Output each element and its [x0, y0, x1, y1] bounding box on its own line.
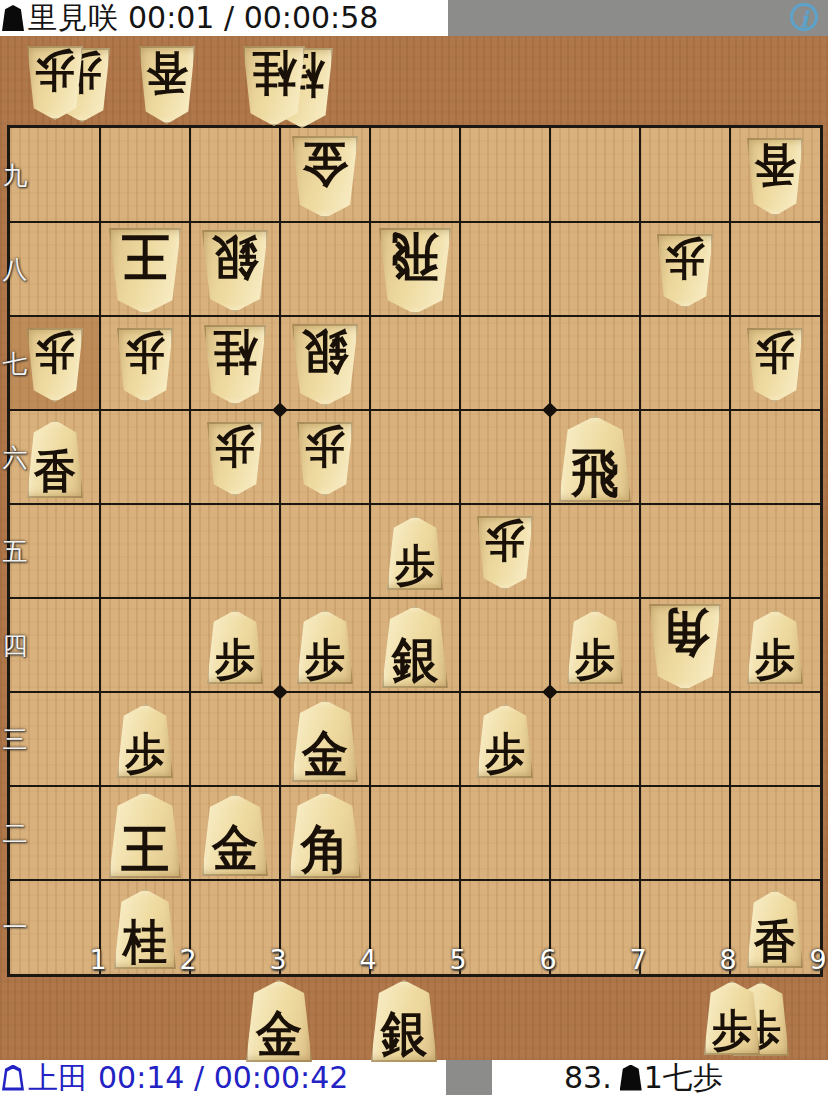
grid-line-horizontal [10, 879, 820, 881]
piece-glyph: 歩 [755, 637, 795, 686]
piece-glyph: 銀 [392, 635, 438, 690]
grid-line-horizontal [10, 315, 820, 317]
piece-glyph: 銀 [302, 322, 348, 377]
piece-glyph: 銀 [212, 228, 258, 283]
info-icon[interactable]: i [790, 3, 818, 31]
piece-glyph: 香 [34, 449, 76, 500]
hoshi-dot [542, 402, 558, 418]
piece-glyph: 歩 [485, 514, 525, 563]
piece-glyph: 歩 [125, 731, 165, 780]
shogi-piece[interactable]: 角 [649, 604, 721, 690]
piece-glyph: 歩 [485, 731, 525, 780]
move-indicator: 83. 1七歩 [492, 1061, 723, 1095]
bottom-player-clock: 00:14 / 00:00:42 [98, 1061, 348, 1095]
shogi-piece[interactable]: 歩 [27, 328, 83, 402]
shogi-piece[interactable]: 桂 [114, 889, 176, 969]
rank-label: 八 [2, 253, 28, 286]
move-number: 83. [564, 1061, 612, 1095]
file-label: 3 [269, 944, 286, 975]
shogi-piece[interactable]: 王 [109, 792, 181, 878]
rank-label: 五 [2, 535, 28, 568]
move-text: 1七歩 [644, 1061, 723, 1095]
tray-piece-gote[interactable]: 金 [246, 980, 312, 1062]
shogi-piece[interactable]: 金 [202, 794, 268, 876]
tray-piece-sente[interactable]: 歩 [27, 46, 83, 120]
shogi-piece[interactable]: 桂 [204, 325, 266, 405]
shogi-piece[interactable]: 歩 [477, 704, 533, 778]
rank-label: 九 [2, 159, 28, 192]
shogi-piece[interactable]: 金 [292, 136, 358, 218]
shogi-piece[interactable]: 歩 [747, 328, 803, 402]
grid-line-horizontal [10, 597, 820, 599]
top-player-panel: 里見咲 00:01 / 00:00:58 [0, 0, 448, 36]
rank-label: 三 [2, 723, 28, 756]
shogi-piece[interactable]: 王 [109, 228, 181, 314]
bottom-player-text: 上田 00:14 / 00:00:42 [0, 1061, 348, 1095]
piece-glyph: 歩 [575, 637, 615, 686]
shogi-piece[interactable]: 香 [747, 890, 803, 968]
shogi-piece[interactable]: 歩 [207, 610, 263, 684]
file-label: 7 [629, 944, 646, 975]
shogi-piece[interactable]: 歩 [117, 328, 173, 402]
bottom-player-name: 上田 [28, 1061, 88, 1095]
piece-glyph: 飛 [571, 447, 619, 504]
tray-piece-gote[interactable]: 歩 [704, 981, 760, 1055]
file-label: 8 [719, 944, 736, 975]
file-label: 1 [89, 944, 106, 975]
rank-label: 二 [2, 817, 28, 850]
gote-piece-icon [2, 1065, 24, 1091]
piece-glyph: 歩 [755, 326, 795, 375]
piece-glyph: 歩 [305, 420, 345, 469]
file-label: 2 [179, 944, 196, 975]
piece-glyph: 香 [146, 44, 188, 95]
grid-line-horizontal [10, 409, 820, 411]
shogi-piece[interactable]: 歩 [657, 234, 713, 308]
piece-glyph: 王 [121, 823, 169, 880]
shogi-piece[interactable]: 歩 [387, 516, 443, 590]
rank-label: 六 [2, 441, 28, 474]
file-label: 4 [359, 944, 376, 975]
file-label: 9 [809, 944, 826, 975]
shogi-piece[interactable]: 銀 [382, 606, 448, 688]
piece-glyph: 歩 [215, 637, 255, 686]
move-sente-icon [620, 1065, 642, 1091]
piece-glyph: 歩 [35, 44, 75, 93]
file-label: 6 [539, 944, 556, 975]
piece-glyph: 角 [301, 823, 349, 880]
grid-line-horizontal [10, 785, 820, 787]
shogi-piece[interactable]: 飛 [559, 416, 631, 502]
piece-glyph: 香 [754, 919, 796, 970]
shogi-piece[interactable]: 歩 [297, 422, 353, 496]
piece-glyph: 金 [302, 729, 348, 784]
piece-glyph: 金 [302, 134, 348, 189]
top-player-clock: 00:01 / 00:00:58 [128, 1, 378, 35]
tray-piece-sente[interactable]: 香 [139, 46, 195, 124]
shogi-piece[interactable]: 銀 [292, 324, 358, 406]
shogi-piece[interactable]: 香 [27, 420, 83, 498]
tray-piece-gote[interactable]: 銀 [371, 980, 437, 1062]
piece-glyph: 歩 [395, 543, 435, 592]
piece-glyph: 角 [661, 602, 709, 659]
move-indicator-panel: 83. 1七歩 [492, 1060, 828, 1095]
grid-line-horizontal [10, 691, 820, 693]
shogi-piece[interactable]: 歩 [297, 610, 353, 684]
grid-line-vertical [99, 128, 101, 974]
grid-line-vertical [279, 128, 281, 974]
piece-glyph: 王 [121, 226, 169, 283]
piece-glyph: 歩 [665, 232, 705, 281]
piece-glyph: 歩 [712, 1008, 752, 1057]
grid-line-horizontal [10, 503, 820, 505]
rank-label: 一 [2, 911, 28, 944]
shogi-piece[interactable]: 角 [289, 792, 361, 878]
grid-line-vertical [189, 128, 191, 974]
shogi-piece[interactable]: 銀 [202, 230, 268, 312]
shogi-piece[interactable]: 歩 [567, 610, 623, 684]
grid-line-vertical [369, 128, 371, 974]
piece-glyph: 歩 [125, 326, 165, 375]
rank-label: 七 [2, 347, 28, 380]
hoshi-dot [272, 684, 288, 700]
bottom-player-bar: 上田 00:14 / 00:00:42 83. 1七歩 [0, 1060, 828, 1095]
piece-glyph: 銀 [381, 1009, 427, 1064]
grid-line-vertical [549, 128, 551, 974]
piece-glyph: 歩 [215, 420, 255, 469]
rank-label: 四 [2, 629, 28, 662]
shogi-piece[interactable]: 歩 [477, 516, 533, 590]
sente-piece-icon [2, 5, 24, 31]
piece-glyph: 桂 [123, 918, 167, 971]
piece-glyph: 桂 [252, 44, 296, 97]
piece-glyph: 歩 [305, 637, 345, 686]
piece-glyph: 歩 [35, 326, 75, 375]
grid-line-horizontal [10, 221, 820, 223]
shogi-piece[interactable]: 香 [747, 138, 803, 216]
piece-glyph: 金 [212, 823, 258, 878]
shogi-piece[interactable]: 歩 [117, 704, 173, 778]
top-player-bar: 里見咲 00:01 / 00:00:58 i [0, 0, 828, 36]
piece-glyph: 香 [754, 136, 796, 187]
tray-piece-sente[interactable]: 桂 [243, 46, 305, 126]
file-label: 5 [449, 944, 466, 975]
piece-glyph: 飛 [391, 226, 439, 283]
grid-line-vertical [729, 128, 731, 974]
shogi-piece[interactable]: 金 [292, 700, 358, 782]
shogi-piece[interactable]: 歩 [207, 422, 263, 496]
bottom-player-panel: 上田 00:14 / 00:00:42 [0, 1060, 446, 1095]
grid-line-vertical [639, 128, 641, 974]
grid-line-vertical [459, 128, 461, 974]
top-player-text: 里見咲 00:01 / 00:00:58 [0, 1, 378, 35]
shogi-piece[interactable]: 歩 [747, 610, 803, 684]
top-player-name: 里見咲 [28, 1, 118, 35]
piece-glyph: 金 [256, 1009, 302, 1064]
hoshi-dot [542, 684, 558, 700]
hoshi-dot [272, 402, 288, 418]
piece-glyph: 桂 [213, 323, 257, 376]
shogi-piece[interactable]: 飛 [379, 228, 451, 314]
